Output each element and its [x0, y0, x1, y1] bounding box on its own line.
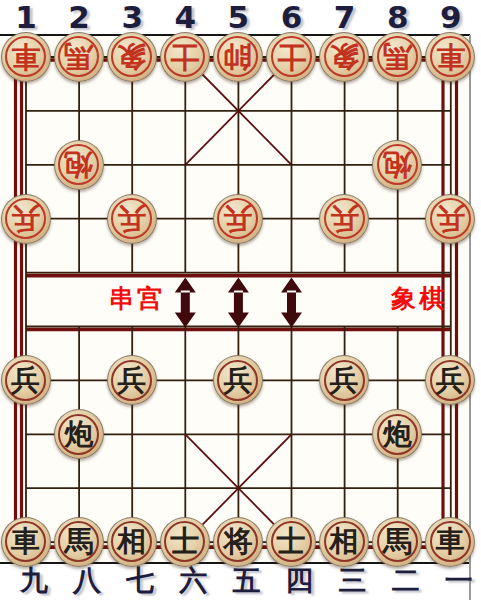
xiangqi-screenshot: 123456789 串宫 象棋 車馬象士帥士象馬車炮炮兵兵兵兵兵兵兵兵兵兵炮炮車… [0, 0, 481, 600]
piece-black-elephant[interactable]: 相 [107, 517, 157, 567]
piece-glyph: 相 [330, 527, 359, 556]
piece-red-chariot[interactable]: 車 [1, 32, 51, 82]
piece-black-soldier[interactable]: 兵 [213, 355, 263, 405]
piece-black-soldier[interactable]: 兵 [319, 355, 369, 405]
piece-glyph: 将 [223, 527, 252, 556]
piece-glyph: 車 [436, 527, 465, 556]
piece-glyph: 象 [117, 42, 146, 71]
piece-glyph: 炮 [64, 150, 93, 179]
piece-black-general[interactable]: 将 [213, 517, 263, 567]
piece-black-advisor[interactable]: 士 [266, 517, 316, 567]
piece-glyph: 兵 [223, 366, 252, 395]
piece-black-advisor[interactable]: 士 [160, 517, 210, 567]
file-number-bottom-5: 五 [232, 567, 260, 595]
file-number-top-2: 2 [68, 2, 90, 33]
piece-glyph: 兵 [117, 366, 146, 395]
file-number-bottom-2: 八 [73, 567, 101, 595]
file-number-bottom-7: 三 [339, 567, 367, 595]
file-number-bottom-1: 九 [20, 567, 48, 595]
piece-glyph: 士 [170, 527, 199, 556]
pieces-layer: 車馬象士帥士象馬車炮炮兵兵兵兵兵兵兵兵兵兵炮炮車馬相士将士相馬車 [0, 30, 477, 569]
piece-black-horse[interactable]: 馬 [372, 517, 422, 567]
piece-red-cannon[interactable]: 炮 [372, 140, 422, 190]
file-number-top-1: 1 [15, 2, 37, 33]
piece-red-soldier[interactable]: 兵 [425, 194, 475, 244]
file-number-top-8: 8 [387, 2, 409, 33]
piece-black-chariot[interactable]: 車 [1, 517, 51, 567]
piece-red-cannon[interactable]: 炮 [54, 140, 104, 190]
file-number-bottom-8: 二 [392, 567, 420, 595]
file-number-top-5: 5 [228, 2, 250, 33]
piece-glyph: 馬 [383, 527, 412, 556]
piece-glyph: 兵 [117, 204, 146, 233]
piece-black-soldier[interactable]: 兵 [107, 355, 157, 405]
file-number-bottom-6: 四 [286, 567, 314, 595]
file-number-bottom-4: 六 [179, 567, 207, 595]
piece-glyph: 兵 [11, 366, 40, 395]
piece-black-cannon[interactable]: 炮 [372, 409, 422, 459]
piece-red-soldier[interactable]: 兵 [107, 194, 157, 244]
piece-red-advisor[interactable]: 士 [266, 32, 316, 82]
piece-red-chariot[interactable]: 車 [425, 32, 475, 82]
piece-glyph: 炮 [383, 150, 412, 179]
file-number-top-3: 3 [121, 2, 143, 33]
piece-glyph: 馬 [383, 42, 412, 71]
piece-red-soldier[interactable]: 兵 [213, 194, 263, 244]
piece-red-elephant[interactable]: 象 [319, 32, 369, 82]
piece-glyph: 士 [170, 42, 199, 71]
piece-glyph: 相 [117, 527, 146, 556]
file-number-bottom-9: 一 [445, 567, 473, 595]
piece-red-general[interactable]: 帥 [213, 32, 263, 82]
piece-glyph: 士 [277, 527, 306, 556]
piece-glyph: 車 [436, 42, 465, 71]
file-number-top-7: 7 [334, 2, 356, 33]
piece-red-horse[interactable]: 馬 [54, 32, 104, 82]
piece-glyph: 炮 [64, 420, 93, 449]
piece-glyph: 帥 [223, 42, 252, 71]
piece-black-chariot[interactable]: 車 [425, 517, 475, 567]
piece-glyph: 兵 [436, 366, 465, 395]
piece-red-soldier[interactable]: 兵 [319, 194, 369, 244]
piece-red-advisor[interactable]: 士 [160, 32, 210, 82]
piece-red-soldier[interactable]: 兵 [1, 194, 51, 244]
piece-glyph: 兵 [11, 204, 40, 233]
piece-glyph: 兵 [436, 204, 465, 233]
file-number-bottom-3: 七 [126, 567, 154, 595]
piece-glyph: 兵 [330, 204, 359, 233]
piece-red-horse[interactable]: 馬 [372, 32, 422, 82]
piece-red-elephant[interactable]: 象 [107, 32, 157, 82]
piece-black-elephant[interactable]: 相 [319, 517, 369, 567]
piece-glyph: 兵 [223, 204, 252, 233]
piece-glyph: 車 [11, 527, 40, 556]
piece-glyph: 象 [330, 42, 359, 71]
piece-glyph: 士 [277, 42, 306, 71]
file-number-top-9: 9 [440, 2, 462, 33]
piece-black-soldier[interactable]: 兵 [1, 355, 51, 405]
file-number-top-6: 6 [281, 2, 303, 33]
piece-glyph: 兵 [330, 366, 359, 395]
piece-glyph: 車 [11, 42, 40, 71]
piece-glyph: 炮 [383, 420, 412, 449]
piece-black-cannon[interactable]: 炮 [54, 409, 104, 459]
piece-black-soldier[interactable]: 兵 [425, 355, 475, 405]
file-number-top-4: 4 [175, 2, 197, 33]
piece-glyph: 馬 [64, 42, 93, 71]
piece-black-horse[interactable]: 馬 [54, 517, 104, 567]
piece-glyph: 馬 [64, 527, 93, 556]
